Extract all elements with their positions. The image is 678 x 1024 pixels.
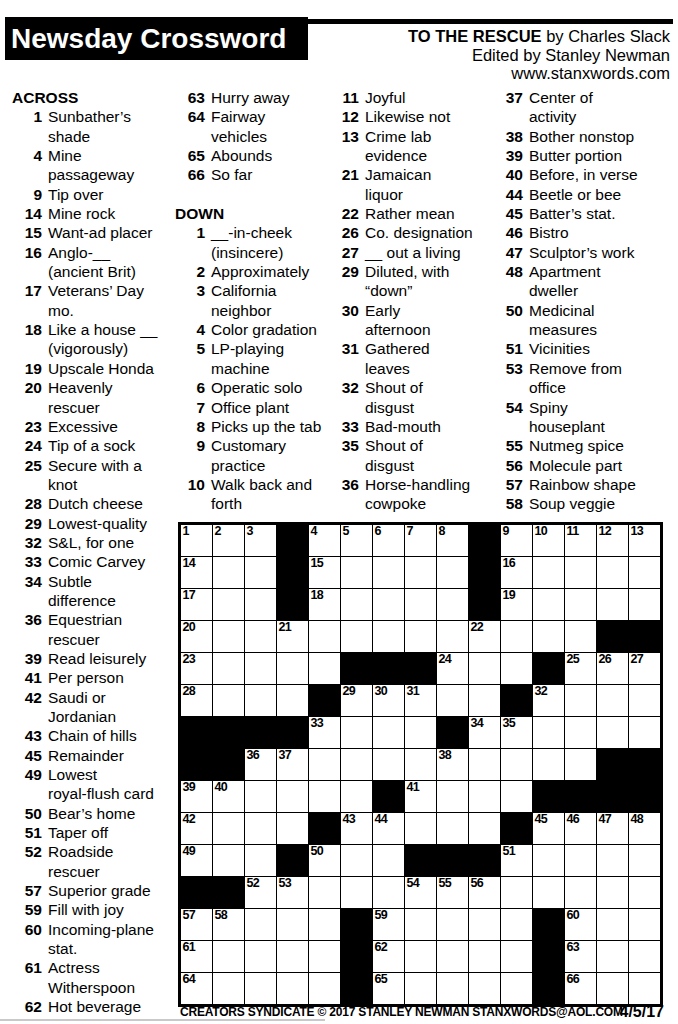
grid-cell[interactable] xyxy=(501,621,532,652)
grid-cell[interactable] xyxy=(533,557,564,588)
clue: 14Mine rock xyxy=(12,204,176,223)
grid-cell[interactable] xyxy=(245,813,276,844)
grid-cell[interactable] xyxy=(245,589,276,620)
grid-cell[interactable] xyxy=(245,557,276,588)
grid-cell[interactable]: 24 xyxy=(437,653,468,684)
grid-cell[interactable] xyxy=(405,621,436,652)
grid-cell[interactable]: 31 xyxy=(405,685,436,716)
grid-cell[interactable]: 65 xyxy=(373,973,404,1004)
grid-cell[interactable] xyxy=(245,621,276,652)
grid-cell[interactable] xyxy=(597,941,628,972)
grid-cell[interactable] xyxy=(405,557,436,588)
grid-cell[interactable] xyxy=(629,973,660,1004)
grid-cell[interactable]: 8 xyxy=(437,525,468,556)
grid-cell[interactable]: 26 xyxy=(597,653,628,684)
grid-cell[interactable]: 32 xyxy=(533,685,564,716)
scan-artifact-line xyxy=(0,1019,325,1021)
grid-cell[interactable] xyxy=(437,813,468,844)
grid-cell[interactable]: 33 xyxy=(309,717,340,748)
grid-cell[interactable] xyxy=(341,621,372,652)
clue: 36Equestrian rescuer xyxy=(12,610,176,649)
grid-cell[interactable] xyxy=(565,589,596,620)
grid-cell[interactable] xyxy=(213,845,244,876)
clue-text: So far xyxy=(211,165,335,184)
clue-number: 51 xyxy=(493,339,529,358)
grid-cell[interactable] xyxy=(469,973,500,1004)
black-cell xyxy=(469,845,500,876)
clue-number: 33 xyxy=(329,417,365,436)
grid-cell[interactable]: 14 xyxy=(181,557,212,588)
clue-number: 5 xyxy=(175,339,211,378)
clue-text: Likewise not xyxy=(365,107,493,126)
clue-text: Veterans’ Day mo. xyxy=(48,281,176,320)
grid-cell[interactable] xyxy=(277,685,308,716)
cell-number: 22 xyxy=(471,620,484,634)
grid-cell[interactable] xyxy=(469,909,500,940)
grid-cell[interactable] xyxy=(405,589,436,620)
grid-cell[interactable]: 17 xyxy=(181,589,212,620)
grid-cell[interactable]: 34 xyxy=(469,717,500,748)
grid-cell[interactable]: 19 xyxy=(501,589,532,620)
grid-cell[interactable] xyxy=(501,749,532,780)
grid-cell[interactable]: 27 xyxy=(629,653,660,684)
grid-cell[interactable] xyxy=(437,621,468,652)
grid-cell[interactable] xyxy=(245,685,276,716)
clue-number: 22 xyxy=(329,204,365,223)
grid-cell[interactable] xyxy=(277,781,308,812)
grid-cell[interactable] xyxy=(309,621,340,652)
grid-cell[interactable] xyxy=(277,941,308,972)
grid-cell[interactable]: 11 xyxy=(565,525,596,556)
grid-cell[interactable] xyxy=(341,557,372,588)
grid-cell[interactable] xyxy=(405,813,436,844)
grid-cell[interactable] xyxy=(373,621,404,652)
grid-cell[interactable]: 51 xyxy=(501,845,532,876)
clue-text: Nutmeg spice xyxy=(529,436,675,455)
grid-cell[interactable] xyxy=(309,877,340,908)
grid-cell[interactable] xyxy=(341,845,372,876)
clue-text: Hot beverage xyxy=(48,997,176,1016)
clue-number: 51 xyxy=(12,823,48,842)
clue-column: 63Hurry away64Fairway vehicles65Abounds6… xyxy=(175,88,335,514)
grid-cell[interactable] xyxy=(501,653,532,684)
grid-cell[interactable] xyxy=(533,845,564,876)
clue: 10Walk back and forth xyxy=(175,475,335,514)
grid-cell[interactable]: 38 xyxy=(437,749,468,780)
clue: 23Excessive xyxy=(12,417,176,436)
clue-text: Early afternoon xyxy=(365,301,493,340)
cell-number: 47 xyxy=(599,812,612,826)
clue-number: 39 xyxy=(493,146,529,165)
grid-cell[interactable]: 37 xyxy=(277,749,308,780)
clue: 48Apartment dweller xyxy=(493,262,675,301)
clue: 45Batter’s stat. xyxy=(493,204,675,223)
grid-cell[interactable]: 30 xyxy=(373,685,404,716)
grid-cell[interactable] xyxy=(437,589,468,620)
clue: 50Bear’s home xyxy=(12,804,176,823)
grid-cell[interactable] xyxy=(341,589,372,620)
grid-cell[interactable] xyxy=(597,685,628,716)
grid-cell[interactable]: 46 xyxy=(565,813,596,844)
cell-number: 61 xyxy=(183,940,196,954)
clue: 56Molecule part xyxy=(493,456,675,475)
grid-cell[interactable]: 15 xyxy=(309,557,340,588)
grid-cell[interactable]: 29 xyxy=(341,685,372,716)
grid-cell[interactable] xyxy=(405,973,436,1004)
clue-number: 45 xyxy=(12,746,48,765)
grid-cell[interactable]: 5 xyxy=(341,525,372,556)
grid-cell[interactable] xyxy=(309,653,340,684)
grid-cell[interactable] xyxy=(341,717,372,748)
grid-cell[interactable] xyxy=(597,589,628,620)
clue: 17Veterans’ Day mo. xyxy=(12,281,176,320)
clue-text: Heavenly rescuer xyxy=(48,378,176,417)
grid-cell[interactable] xyxy=(309,781,340,812)
grid-cell[interactable] xyxy=(309,941,340,972)
grid-cell[interactable] xyxy=(373,557,404,588)
grid-cell[interactable]: 42 xyxy=(181,813,212,844)
grid-cell[interactable] xyxy=(469,685,500,716)
clue-number: 59 xyxy=(12,900,48,919)
clue: 12Likewise not xyxy=(329,107,493,126)
grid-cell[interactable]: 61 xyxy=(181,941,212,972)
clue: 43Chain of hills xyxy=(12,726,176,745)
grid-cell[interactable]: 25 xyxy=(565,653,596,684)
grid-cell[interactable]: 21 xyxy=(277,621,308,652)
grid-cell[interactable] xyxy=(405,909,436,940)
masthead-title: Newsday Crossword xyxy=(5,23,286,55)
grid-cell[interactable]: 48 xyxy=(629,813,660,844)
grid-cell[interactable]: 43 xyxy=(341,813,372,844)
grid-cell[interactable] xyxy=(629,557,660,588)
clue: 66So far xyxy=(175,165,335,184)
grid-cell[interactable] xyxy=(501,973,532,1004)
grid-cell[interactable] xyxy=(341,781,372,812)
grid-cell[interactable] xyxy=(373,877,404,908)
grid-cell[interactable]: 12 xyxy=(597,525,628,556)
grid-cell[interactable] xyxy=(469,941,500,972)
grid-cell[interactable]: 41 xyxy=(405,781,436,812)
clue: 30Early afternoon xyxy=(329,301,493,340)
clue: 9Tip over xyxy=(12,185,176,204)
grid-cell[interactable] xyxy=(373,589,404,620)
grid-cell[interactable]: 58 xyxy=(213,909,244,940)
black-cell xyxy=(501,685,532,716)
grid-cell[interactable] xyxy=(277,973,308,1004)
grid-cell[interactable]: 39 xyxy=(181,781,212,812)
grid-cell[interactable]: 53 xyxy=(277,877,308,908)
clue: 37Center of activity xyxy=(493,88,675,127)
grid-cell[interactable] xyxy=(405,717,436,748)
clue-text: Joyful xyxy=(365,88,493,107)
clue: 22Rather mean xyxy=(329,204,493,223)
black-cell xyxy=(533,653,564,684)
grid-cell[interactable] xyxy=(373,749,404,780)
clue: 29Diluted, with “down” xyxy=(329,262,493,301)
grid-cell[interactable]: 64 xyxy=(181,973,212,1004)
clue-number: 28 xyxy=(12,494,48,513)
cell-number: 65 xyxy=(375,972,388,986)
grid-cell[interactable] xyxy=(629,877,660,908)
grid-cell[interactable] xyxy=(629,685,660,716)
grid-cell[interactable]: 50 xyxy=(309,845,340,876)
grid-cell[interactable] xyxy=(245,845,276,876)
puzzle-website: www.stanxwords.com xyxy=(408,64,670,83)
grid-cell[interactable]: 66 xyxy=(565,973,596,1004)
grid-cell[interactable]: 56 xyxy=(469,877,500,908)
grid-cell[interactable] xyxy=(533,749,564,780)
grid-cell[interactable] xyxy=(437,685,468,716)
clue-number: 44 xyxy=(493,185,529,204)
grid-cell[interactable]: 57 xyxy=(181,909,212,940)
crossword-grid: 1234567891011121314151617181920212223242… xyxy=(178,522,663,1007)
grid-cell[interactable]: 62 xyxy=(373,941,404,972)
cell-number: 10 xyxy=(535,524,548,538)
grid-cell[interactable] xyxy=(277,653,308,684)
grid-cell[interactable] xyxy=(245,909,276,940)
grid-cell[interactable]: 7 xyxy=(405,525,436,556)
grid-cell[interactable] xyxy=(501,909,532,940)
grid-cell[interactable] xyxy=(597,973,628,1004)
cell-number: 7 xyxy=(407,524,413,538)
grid-cell[interactable] xyxy=(469,813,500,844)
clue-number: 61 xyxy=(12,958,48,997)
cell-number: 58 xyxy=(215,908,228,922)
grid-cell[interactable] xyxy=(213,813,244,844)
grid-cell[interactable] xyxy=(309,749,340,780)
clue-number: 18 xyxy=(12,320,48,359)
grid-cell[interactable]: 13 xyxy=(629,525,660,556)
clue: 32S&L, for one xyxy=(12,533,176,552)
clue-number: 11 xyxy=(329,88,365,107)
grid-cell[interactable] xyxy=(629,845,660,876)
grid-cell[interactable] xyxy=(245,941,276,972)
grid-cell[interactable] xyxy=(373,845,404,876)
grid-cell[interactable] xyxy=(629,909,660,940)
grid-cell[interactable] xyxy=(469,781,500,812)
grid-cell[interactable] xyxy=(565,749,596,780)
grid-cell[interactable] xyxy=(533,621,564,652)
clue: 4Mine passageway xyxy=(12,146,176,185)
grid-cell[interactable] xyxy=(213,589,244,620)
grid-cell[interactable]: 3 xyxy=(245,525,276,556)
grid-cell[interactable] xyxy=(341,749,372,780)
clue: 55Nutmeg spice xyxy=(493,436,675,455)
grid-cell[interactable]: 49 xyxy=(181,845,212,876)
clue: 53Remove from office xyxy=(493,359,675,398)
clue-number: 60 xyxy=(12,920,48,959)
grid-cell[interactable] xyxy=(437,909,468,940)
grid-cell[interactable]: 6 xyxy=(373,525,404,556)
clue-number: 4 xyxy=(175,320,211,339)
cell-number: 64 xyxy=(183,972,196,986)
grid-cell[interactable] xyxy=(277,813,308,844)
black-cell xyxy=(213,877,244,908)
grid-cell[interactable]: 47 xyxy=(597,813,628,844)
clue: 9Customary practice xyxy=(175,436,335,475)
grid-cell[interactable] xyxy=(373,717,404,748)
clue-number: 2 xyxy=(175,262,211,281)
clue: 51Taper off xyxy=(12,823,176,842)
grid-cell[interactable]: 20 xyxy=(181,621,212,652)
clue-text: Hurry away xyxy=(211,88,335,107)
clue-text: Operatic solo xyxy=(211,378,335,397)
grid-cell[interactable] xyxy=(501,941,532,972)
clue-number: 24 xyxy=(12,436,48,455)
clue: 28Dutch cheese xyxy=(12,494,176,513)
grid-cell[interactable] xyxy=(405,941,436,972)
clue-text: Apartment dweller xyxy=(529,262,675,301)
clue: 24Tip of a sock xyxy=(12,436,176,455)
grid-cell[interactable] xyxy=(213,557,244,588)
grid-cell[interactable]: 1 xyxy=(181,525,212,556)
clue: 45Remainder xyxy=(12,746,176,765)
cell-number: 18 xyxy=(311,588,324,602)
grid-cell[interactable] xyxy=(245,973,276,1004)
grid-cell[interactable] xyxy=(629,717,660,748)
grid-cell[interactable] xyxy=(277,909,308,940)
black-cell xyxy=(469,589,500,620)
clue-text: Butter portion xyxy=(529,146,675,165)
grid-cell[interactable]: 16 xyxy=(501,557,532,588)
grid-cell[interactable]: 22 xyxy=(469,621,500,652)
grid-cell[interactable]: 23 xyxy=(181,653,212,684)
black-cell xyxy=(469,557,500,588)
grid-cell[interactable] xyxy=(533,717,564,748)
grid-cell[interactable] xyxy=(565,877,596,908)
grid-cell[interactable]: 40 xyxy=(213,781,244,812)
grid-cell[interactable]: 63 xyxy=(565,941,596,972)
grid-cell[interactable] xyxy=(341,877,372,908)
grid-cell[interactable] xyxy=(597,845,628,876)
grid-cell[interactable] xyxy=(437,973,468,1004)
clue-text: Secure with a knot xyxy=(48,456,176,495)
clue-number: 49 xyxy=(12,765,48,804)
grid-cell[interactable]: 35 xyxy=(501,717,532,748)
grid-cell[interactable] xyxy=(629,589,660,620)
grid-cell[interactable]: 60 xyxy=(565,909,596,940)
clue: 54Spiny houseplant xyxy=(493,398,675,437)
grid-cell[interactable]: 2 xyxy=(213,525,244,556)
grid-cell[interactable] xyxy=(501,877,532,908)
grid-cell[interactable] xyxy=(565,717,596,748)
clue-text: Lowest-quality xyxy=(48,514,176,533)
black-cell xyxy=(469,525,500,556)
footer-syndicate: CREATORS SYNDICATE © 2017 STANLEY NEWMAN… xyxy=(180,1005,623,1019)
clue-text: __-in-cheek (insincere) xyxy=(211,223,335,262)
grid-cell[interactable]: 9 xyxy=(501,525,532,556)
grid-cell[interactable]: 54 xyxy=(405,877,436,908)
cell-number: 53 xyxy=(279,876,292,890)
grid-cell[interactable] xyxy=(629,941,660,972)
grid-cell[interactable] xyxy=(469,653,500,684)
grid-cell[interactable] xyxy=(533,589,564,620)
grid-cell[interactable] xyxy=(309,909,340,940)
grid-cell[interactable] xyxy=(213,621,244,652)
grid-cell[interactable]: 59 xyxy=(373,909,404,940)
clue: 33Bad-mouth xyxy=(329,417,493,436)
grid-cell[interactable]: 45 xyxy=(533,813,564,844)
grid-cell[interactable]: 52 xyxy=(245,877,276,908)
grid-cell[interactable]: 55 xyxy=(437,877,468,908)
grid-cell[interactable] xyxy=(533,877,564,908)
clue-text: Shout of disgust xyxy=(365,378,493,417)
grid-cell[interactable] xyxy=(469,749,500,780)
cell-number: 32 xyxy=(535,684,548,698)
clue-text: Upscale Honda xyxy=(48,359,176,378)
grid-cell[interactable] xyxy=(245,781,276,812)
clue-text: Dutch cheese xyxy=(48,494,176,513)
grid-cell[interactable] xyxy=(309,973,340,1004)
page: Newsday Crossword TO THE RESCUE by Charl… xyxy=(0,0,678,1024)
grid-cell[interactable] xyxy=(405,749,436,780)
clue-text: S&L, for one xyxy=(48,533,176,552)
cell-number: 44 xyxy=(375,812,388,826)
clue-text: Lowest royal-flush card xyxy=(48,765,176,804)
grid-cell[interactable] xyxy=(565,621,596,652)
footer-date: 4/5/17 xyxy=(620,1003,664,1021)
black-cell xyxy=(405,845,436,876)
cell-number: 40 xyxy=(215,780,228,794)
grid-cell[interactable]: 18 xyxy=(309,589,340,620)
grid-cell[interactable] xyxy=(597,877,628,908)
clue-text: Vicinities xyxy=(529,339,675,358)
cell-number: 34 xyxy=(471,716,484,730)
clue-number: 38 xyxy=(493,127,529,146)
cell-number: 23 xyxy=(183,652,196,666)
grid-cell[interactable]: 4 xyxy=(309,525,340,556)
grid-cell[interactable] xyxy=(437,941,468,972)
clue-text: Anglo-__ (ancient Brit) xyxy=(48,243,176,282)
grid-cell[interactable]: 28 xyxy=(181,685,212,716)
clue-text: Incoming-plane stat. xyxy=(48,920,176,959)
clue-number: 42 xyxy=(12,688,48,727)
grid-cell[interactable] xyxy=(437,557,468,588)
grid-cell[interactable]: 36 xyxy=(245,749,276,780)
grid-cell[interactable] xyxy=(597,557,628,588)
grid-cell[interactable] xyxy=(565,557,596,588)
grid-cell[interactable] xyxy=(213,973,244,1004)
grid-cell[interactable] xyxy=(501,781,532,812)
grid-cell[interactable] xyxy=(565,845,596,876)
clue: 1__-in-cheek (insincere) xyxy=(175,223,335,262)
grid-cell[interactable] xyxy=(245,653,276,684)
cell-number: 26 xyxy=(599,652,612,666)
clue-number: 32 xyxy=(329,378,365,417)
clue-column: ACROSS1Sunbather’s shade4Mine passageway… xyxy=(12,88,176,1017)
masthead-banner: Newsday Crossword xyxy=(5,17,308,60)
clue-column: 11Joyful12Likewise not13Crime lab eviden… xyxy=(329,88,493,514)
clue-number: 8 xyxy=(175,417,211,436)
cell-number: 6 xyxy=(375,524,381,538)
clue-number: 36 xyxy=(329,475,365,514)
grid-cell[interactable] xyxy=(437,781,468,812)
clue-text: Comic Carvey xyxy=(48,552,176,571)
clue-column: 37Center of activity38Bother nonstop39Bu… xyxy=(493,88,675,514)
grid-cell[interactable] xyxy=(213,941,244,972)
grid-cell[interactable] xyxy=(213,685,244,716)
grid-cell[interactable] xyxy=(597,717,628,748)
clue-number: 10 xyxy=(175,475,211,514)
grid-cell[interactable] xyxy=(597,909,628,940)
grid-cell[interactable]: 10 xyxy=(533,525,564,556)
grid-cell[interactable]: 44 xyxy=(373,813,404,844)
clue-number: 13 xyxy=(329,127,365,166)
clue-number: 32 xyxy=(12,533,48,552)
clue: 44Beetle or bee xyxy=(493,185,675,204)
grid-cell[interactable] xyxy=(565,685,596,716)
grid-cell[interactable] xyxy=(213,653,244,684)
